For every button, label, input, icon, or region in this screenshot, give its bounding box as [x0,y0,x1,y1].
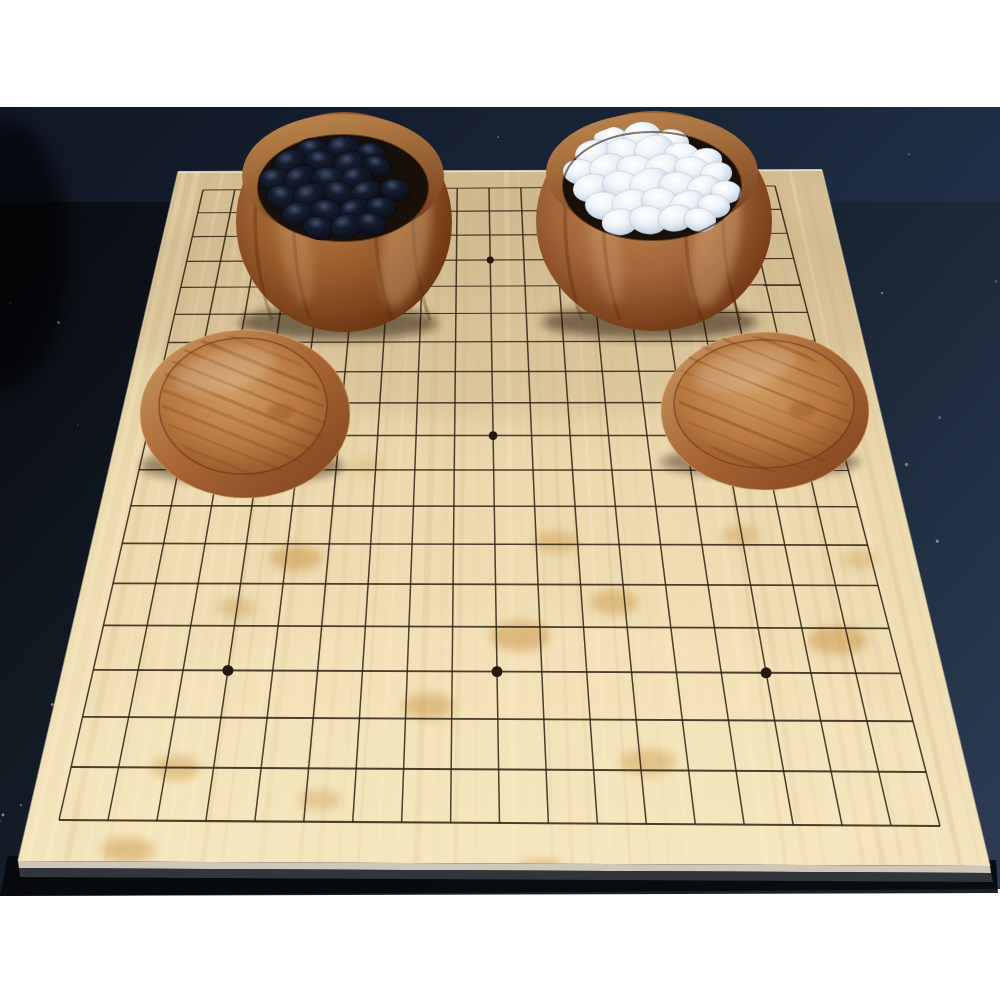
granite-speckle [938,416,941,419]
star-point [489,431,498,440]
granite-speckle [77,424,79,426]
granite-speckle [10,302,12,304]
granite-speckle [881,292,883,294]
granite-speckle [936,540,939,543]
go-set-scene [0,0,1000,1000]
star-point [761,667,772,678]
grid-line-horizontal [131,506,858,507]
granite-speckle [497,136,499,138]
black-bowl-lid-knot [268,404,294,420]
white-bowl [536,111,772,331]
bamboo-knuckle [270,545,322,571]
granite-speckle [2,814,5,817]
star-point [222,665,233,676]
white-bowl-lid-knot [789,402,815,418]
bamboo-knuckle [590,590,638,614]
granite-speckle [995,280,998,283]
photo-frame: Overhead photo of an empty bamboo 19x19 … [0,0,1000,1000]
star-point [487,256,494,263]
granite-speckle [905,463,908,466]
bamboo-knuckle [352,458,384,474]
bamboo-knuckle [102,838,154,862]
granite-speckle [57,321,60,324]
star-point [492,666,503,677]
black-bowl [236,112,452,332]
bamboo-knuckle [808,626,868,654]
bamboo-knuckle [534,531,578,553]
bamboo-knuckle [402,693,454,719]
granite-speckle [20,804,22,806]
granite-speckle [908,153,910,155]
